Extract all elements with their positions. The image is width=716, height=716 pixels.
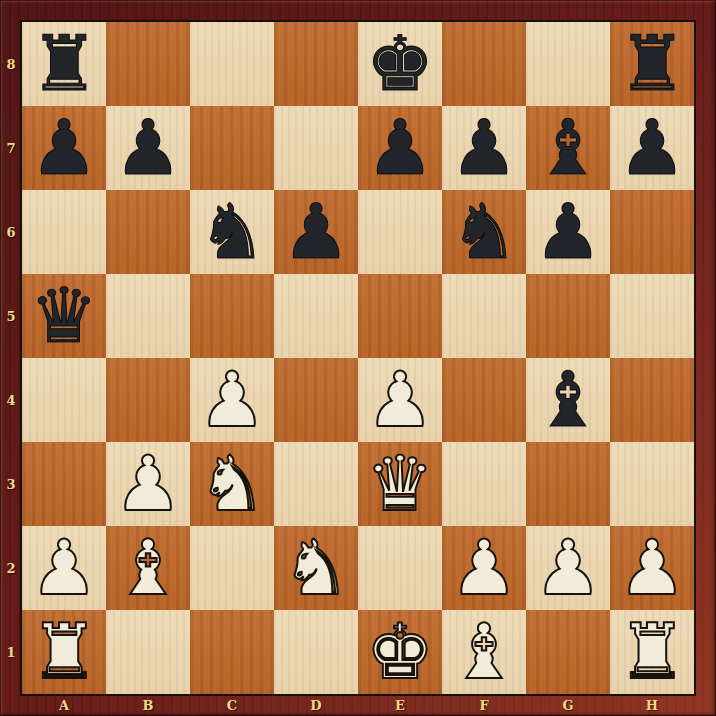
square-f2[interactable]: ♟ — [442, 526, 526, 610]
square-e1[interactable]: ♚ — [358, 610, 442, 694]
rank-label-6: 6 — [0, 190, 22, 274]
square-e4[interactable]: ♟ — [358, 358, 442, 442]
square-c6[interactable]: ♞ — [190, 190, 274, 274]
piece-black-knight[interactable]: ♞ — [190, 190, 274, 274]
square-b2[interactable]: ♝ — [106, 526, 190, 610]
piece-white-bishop[interactable]: ♝ — [106, 526, 190, 610]
piece-white-pawn[interactable]: ♟ — [106, 442, 190, 526]
square-d6[interactable]: ♟ — [274, 190, 358, 274]
piece-white-knight[interactable]: ♞ — [274, 526, 358, 610]
square-g5[interactable] — [526, 274, 610, 358]
square-f3[interactable] — [442, 442, 526, 526]
square-a7[interactable]: ♟ — [22, 106, 106, 190]
square-c1[interactable] — [190, 610, 274, 694]
piece-white-pawn[interactable]: ♟ — [526, 526, 610, 610]
piece-black-king[interactable]: ♚ — [358, 22, 442, 106]
square-b4[interactable] — [106, 358, 190, 442]
piece-black-bishop[interactable]: ♝ — [526, 106, 610, 190]
square-e3[interactable]: ♛ — [358, 442, 442, 526]
rank-label-5: 5 — [0, 274, 22, 358]
piece-white-pawn[interactable]: ♟ — [358, 358, 442, 442]
square-g8[interactable] — [526, 22, 610, 106]
square-d5[interactable] — [274, 274, 358, 358]
square-f7[interactable]: ♟ — [442, 106, 526, 190]
rank-label-4: 4 — [0, 358, 22, 442]
piece-white-bishop[interactable]: ♝ — [442, 610, 526, 694]
square-c8[interactable] — [190, 22, 274, 106]
square-b8[interactable] — [106, 22, 190, 106]
square-f5[interactable] — [442, 274, 526, 358]
square-g2[interactable]: ♟ — [526, 526, 610, 610]
square-e2[interactable] — [358, 526, 442, 610]
square-c5[interactable] — [190, 274, 274, 358]
square-a4[interactable] — [22, 358, 106, 442]
square-h4[interactable] — [610, 358, 694, 442]
piece-white-pawn[interactable]: ♟ — [442, 526, 526, 610]
piece-white-pawn[interactable]: ♟ — [610, 526, 694, 610]
square-d1[interactable] — [274, 610, 358, 694]
square-c2[interactable] — [190, 526, 274, 610]
square-d7[interactable] — [274, 106, 358, 190]
file-label-h: H — [610, 694, 694, 716]
square-d2[interactable]: ♞ — [274, 526, 358, 610]
file-label-b: B — [106, 694, 190, 716]
square-c7[interactable] — [190, 106, 274, 190]
file-label-f: F — [442, 694, 526, 716]
square-a2[interactable]: ♟ — [22, 526, 106, 610]
square-b5[interactable] — [106, 274, 190, 358]
square-b1[interactable] — [106, 610, 190, 694]
piece-black-pawn[interactable]: ♟ — [106, 106, 190, 190]
square-b7[interactable]: ♟ — [106, 106, 190, 190]
piece-black-rook[interactable]: ♜ — [610, 22, 694, 106]
file-label-d: D — [274, 694, 358, 716]
rank-label-2: 2 — [0, 526, 22, 610]
rank-label-1: 1 — [0, 610, 22, 694]
square-g7[interactable]: ♝ — [526, 106, 610, 190]
piece-black-knight[interactable]: ♞ — [442, 190, 526, 274]
piece-black-pawn[interactable]: ♟ — [526, 190, 610, 274]
square-d3[interactable] — [274, 442, 358, 526]
piece-black-pawn[interactable]: ♟ — [442, 106, 526, 190]
piece-white-king[interactable]: ♚ — [358, 610, 442, 694]
square-a3[interactable] — [22, 442, 106, 526]
square-d8[interactable] — [274, 22, 358, 106]
square-b3[interactable]: ♟ — [106, 442, 190, 526]
square-h3[interactable] — [610, 442, 694, 526]
square-a1[interactable]: ♜ — [22, 610, 106, 694]
square-h2[interactable]: ♟ — [610, 526, 694, 610]
piece-black-rook[interactable]: ♜ — [22, 22, 106, 106]
piece-black-pawn[interactable]: ♟ — [274, 190, 358, 274]
piece-white-pawn[interactable]: ♟ — [22, 526, 106, 610]
square-h6[interactable] — [610, 190, 694, 274]
square-c3[interactable]: ♞ — [190, 442, 274, 526]
rank-label-3: 3 — [0, 442, 22, 526]
square-f4[interactable] — [442, 358, 526, 442]
file-label-c: C — [190, 694, 274, 716]
chess-board-frame: 87654321 ABCDEFGH ♜♚♜♟♟♟♟♝♟♞♟♞♟♛♟♟♝♟♞♛♟♝… — [0, 0, 716, 716]
piece-white-rook[interactable]: ♜ — [22, 610, 106, 694]
square-e5[interactable] — [358, 274, 442, 358]
square-a8[interactable]: ♜ — [22, 22, 106, 106]
square-g1[interactable] — [526, 610, 610, 694]
rank-label-8: 8 — [0, 22, 22, 106]
piece-white-rook[interactable]: ♜ — [610, 610, 694, 694]
square-a5[interactable]: ♛ — [22, 274, 106, 358]
piece-black-queen[interactable]: ♛ — [22, 274, 106, 358]
file-labels: ABCDEFGH — [22, 694, 694, 716]
piece-black-pawn[interactable]: ♟ — [610, 106, 694, 190]
square-h8[interactable]: ♜ — [610, 22, 694, 106]
piece-black-pawn[interactable]: ♟ — [22, 106, 106, 190]
piece-black-pawn[interactable]: ♟ — [358, 106, 442, 190]
piece-black-bishop[interactable]: ♝ — [526, 358, 610, 442]
rank-labels: 87654321 — [0, 22, 22, 694]
square-b6[interactable] — [106, 190, 190, 274]
square-e8[interactable]: ♚ — [358, 22, 442, 106]
square-g6[interactable]: ♟ — [526, 190, 610, 274]
square-h5[interactable] — [610, 274, 694, 358]
piece-white-pawn[interactable]: ♟ — [190, 358, 274, 442]
square-f1[interactable]: ♝ — [442, 610, 526, 694]
piece-white-knight[interactable]: ♞ — [190, 442, 274, 526]
square-c4[interactable]: ♟ — [190, 358, 274, 442]
square-g4[interactable]: ♝ — [526, 358, 610, 442]
square-h7[interactable]: ♟ — [610, 106, 694, 190]
chess-board: ♜♚♜♟♟♟♟♝♟♞♟♞♟♛♟♟♝♟♞♛♟♝♞♟♟♟♜♚♝♜ — [22, 22, 694, 694]
square-d4[interactable] — [274, 358, 358, 442]
file-label-e: E — [358, 694, 442, 716]
square-a6[interactable] — [22, 190, 106, 274]
square-f6[interactable]: ♞ — [442, 190, 526, 274]
square-h1[interactable]: ♜ — [610, 610, 694, 694]
file-label-g: G — [526, 694, 610, 716]
square-e7[interactable]: ♟ — [358, 106, 442, 190]
file-label-a: A — [22, 694, 106, 716]
rank-label-7: 7 — [0, 106, 22, 190]
piece-white-queen[interactable]: ♛ — [358, 442, 442, 526]
square-f8[interactable] — [442, 22, 526, 106]
square-e6[interactable] — [358, 190, 442, 274]
square-g3[interactable] — [526, 442, 610, 526]
